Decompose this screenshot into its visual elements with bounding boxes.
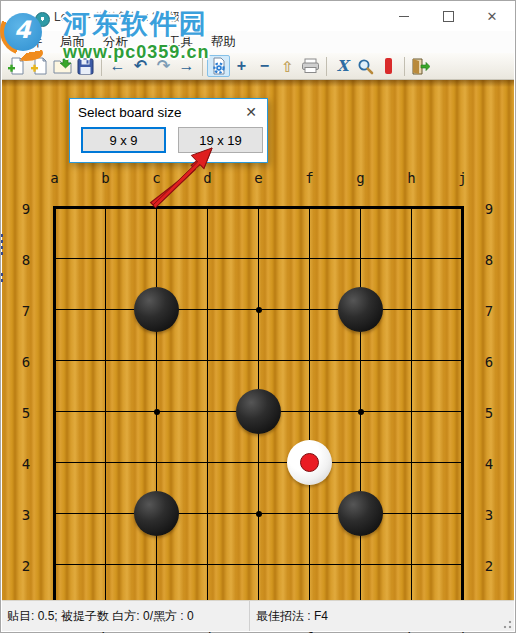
menu-help[interactable]: 帮助 — [202, 32, 245, 53]
exit-icon[interactable] — [409, 55, 432, 77]
board-size-9x9-button[interactable]: 9 x 9 — [81, 127, 166, 153]
star-point — [154, 409, 160, 415]
print-icon[interactable] — [299, 55, 322, 77]
settings-icon[interactable] — [207, 55, 230, 77]
board-size-19x19-button[interactable]: 19 x 19 — [178, 127, 263, 153]
minimize-button[interactable] — [382, 1, 426, 31]
maximize-button[interactable] — [426, 1, 470, 31]
window-title: Leela - 你的等级 : 30 级 — [54, 9, 181, 26]
toolbar-separator — [404, 57, 405, 76]
bookmark-icon[interactable] — [377, 55, 400, 77]
go-to-start-icon[interactable]: ← — [106, 55, 129, 77]
go-to-end-icon[interactable]: → — [175, 55, 198, 77]
star-point — [256, 307, 262, 313]
last-move-marker — [300, 453, 319, 472]
black-stone — [236, 389, 281, 434]
black-stone — [338, 491, 383, 536]
undo-move-icon[interactable]: ↶ — [129, 55, 152, 77]
black-stone — [134, 491, 179, 536]
star-point — [358, 409, 364, 415]
menu-bar: 文件 局面 分析 工具 帮助 — [2, 31, 514, 53]
close-button[interactable]: ✕ — [470, 1, 514, 31]
close-icon: ✕ — [487, 10, 498, 23]
save-file-icon[interactable] — [74, 55, 97, 77]
dialog-title: Select board size — [78, 105, 182, 120]
app-window: Leela - 你的等级 : 30 级 ✕ 文件 局面 分析 工具 帮助 ← ↶… — [0, 0, 516, 633]
menu-file[interactable]: 文件 — [8, 32, 51, 53]
toolbar: ← ↶ ↷ → + − ⇧ X — [2, 53, 514, 80]
title-bar[interactable]: Leela - 你的等级 : 30 级 ✕ — [2, 1, 514, 31]
dialog-close-icon[interactable]: ✕ — [245, 104, 257, 120]
open-file-icon[interactable] — [51, 55, 74, 77]
status-bar: 贴目: 0.5; 被提子数 白方: 0/黑方 : 0 最佳招法 : F4 — [2, 600, 514, 631]
menu-position[interactable]: 局面 — [51, 32, 94, 53]
new-game-9x9-icon[interactable] — [5, 55, 28, 77]
black-stone — [338, 287, 383, 332]
menu-tools[interactable]: 工具 — [159, 32, 202, 53]
toolbar-separator — [101, 57, 102, 76]
status-best-move: 最佳招法 : F4 — [250, 608, 514, 625]
toolbar-separator — [326, 57, 327, 76]
maximize-icon — [443, 11, 454, 22]
watermark-edge-artifact — [1, 273, 3, 285]
search-icon[interactable] — [354, 55, 377, 77]
select-board-size-dialog: Select board size ✕ 9 x 9 19 x 19 — [69, 98, 268, 163]
board-grid[interactable] — [29, 182, 488, 633]
minimize-icon — [399, 16, 409, 17]
app-icon — [35, 12, 50, 27]
new-game-19x19-icon[interactable] — [28, 55, 51, 77]
toolbar-separator — [202, 57, 203, 76]
up-arrow-icon[interactable]: ⇧ — [276, 55, 299, 77]
resize-grip[interactable] — [502, 619, 512, 629]
status-komi-captures: 贴目: 0.5; 被提子数 白方: 0/黑方 : 0 — [2, 608, 249, 625]
plus-icon[interactable]: + — [230, 55, 253, 77]
white-stone — [287, 440, 332, 485]
redo-move-icon[interactable]: ↷ — [152, 55, 175, 77]
black-stone — [134, 287, 179, 332]
delete-icon[interactable]: X — [331, 55, 354, 77]
minus-icon[interactable]: − — [253, 55, 276, 77]
star-point — [256, 511, 262, 517]
menu-analysis[interactable]: 分析 — [94, 32, 137, 53]
watermark-edge-artifact — [1, 234, 3, 256]
